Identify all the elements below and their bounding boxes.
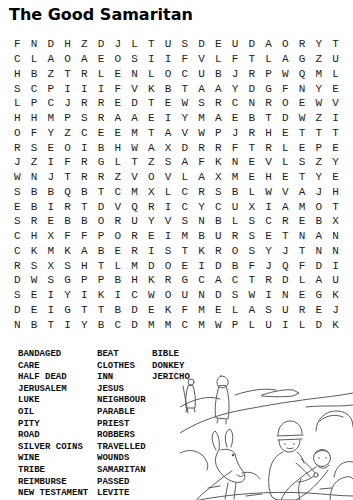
grid-cell-r8c18: E	[294, 140, 311, 155]
word-item: JERUSALEM	[18, 384, 97, 396]
grid-cell-r1c9: T	[143, 37, 160, 52]
word-item: OIL	[18, 407, 97, 419]
grid-cell-r18c20: K	[327, 288, 344, 303]
grid-cell-r7c18: T	[294, 126, 311, 141]
grid-cell-r14c10: I	[160, 229, 177, 244]
grid-cell-r13c1: S	[9, 214, 26, 229]
grid-cell-r9c1: J	[9, 155, 26, 170]
grid-cell-r20c12: M	[193, 317, 210, 332]
grid-cell-r15c1: C	[9, 244, 26, 259]
grid-cell-r2c19: Z	[311, 52, 328, 67]
grid-cell-r6c10: I	[160, 111, 177, 126]
grid-cell-r8c2: S	[26, 140, 43, 155]
grid-cell-r5c7: E	[110, 96, 127, 111]
grid-cell-r14c13: U	[210, 229, 227, 244]
grid-cell-r1c6: D	[93, 37, 110, 52]
grid-cell-r17c17: D	[277, 273, 294, 288]
grid-cell-r19c6: T	[93, 303, 110, 318]
grid-cell-r7c11: V	[177, 126, 194, 141]
grid-cell-r16c1: R	[9, 258, 26, 273]
grid-cell-r16c3: X	[43, 258, 60, 273]
grid-cell-r10c14: M	[227, 170, 244, 185]
grid-cell-r4c5: I	[76, 81, 93, 96]
grid-cell-r1c20: T	[327, 37, 344, 52]
grid-cell-r20c9: M	[143, 317, 160, 332]
grid-cell-r10c9: O	[143, 170, 160, 185]
grid-cell-r15c11: T	[177, 244, 194, 259]
grid-cell-r16c19: D	[311, 258, 328, 273]
road-line-right2	[306, 405, 353, 407]
grid-cell-r19c2: E	[26, 303, 43, 318]
grid-cell-r12c18: M	[294, 199, 311, 214]
grid-cell-r13c2: R	[26, 214, 43, 229]
grid-cell-r13c4: B	[59, 214, 76, 229]
grid-cell-r10c10: V	[160, 170, 177, 185]
donkey-figure	[195, 429, 260, 500]
grid-cell-r4c2: C	[26, 81, 43, 96]
grid-cell-r7c9: T	[143, 126, 160, 141]
grid-cell-r9c12: F	[193, 155, 210, 170]
grid-cell-r11c16: W	[260, 185, 277, 200]
path-edge	[180, 401, 296, 433]
word-item: TRAVELLED	[97, 442, 152, 454]
grid-cell-r12c20: T	[327, 199, 344, 214]
grid-cell-r17c18: L	[294, 273, 311, 288]
grid-cell-r19c19: E	[311, 303, 328, 318]
grid-cell-r11c11: C	[177, 185, 194, 200]
grid-cell-r6c18: W	[294, 111, 311, 126]
grid-cell-r17c5: P	[76, 273, 93, 288]
grid-cell-r18c2: E	[26, 288, 43, 303]
grid-cell-r12c15: X	[244, 199, 261, 214]
word-list: BANDAGEDCAREHALF DEADJERUSALEMLUKEOILPIT…	[18, 349, 190, 500]
grid-cell-r11c12: R	[193, 185, 210, 200]
word-item: PARABLE	[97, 407, 152, 419]
grid-cell-r15c19: N	[311, 244, 328, 259]
grid-cell-r9c4: F	[59, 155, 76, 170]
boulder-top-right	[316, 411, 353, 431]
word-item: JESUS	[97, 384, 152, 396]
grid-cell-r13c3: E	[43, 214, 60, 229]
grid-cell-r10c2: N	[26, 170, 43, 185]
grid-cell-r10c7: Z	[110, 170, 127, 185]
grid-cell-r7c1: O	[9, 126, 26, 141]
grid-cell-r4c16: G	[260, 81, 277, 96]
grid-cell-r18c11: U	[177, 288, 194, 303]
grid-cell-r15c4: K	[59, 244, 76, 259]
grid-cell-r6c9: E	[143, 111, 160, 126]
grid-cell-r3c8: N	[126, 67, 143, 82]
grid-cell-r11c18: A	[294, 185, 311, 200]
grid-cell-r17c1: D	[9, 273, 26, 288]
grid-cell-r6c13: A	[210, 111, 227, 126]
grid-cell-r18c10: O	[160, 288, 177, 303]
grid-cell-r15c7: E	[110, 244, 127, 259]
grid-cell-r5c9: T	[143, 96, 160, 111]
grid-cell-r18c8: C	[126, 288, 143, 303]
grid-cell-r5c17: O	[277, 96, 294, 111]
grid-cell-r5c10: E	[160, 96, 177, 111]
grid-cell-r3c10: O	[160, 67, 177, 82]
word-item: LUKE	[18, 395, 97, 407]
grid-cell-r20c5: Y	[76, 317, 93, 332]
grid-cell-r4c6: I	[93, 81, 110, 96]
grid-cell-r3c6: L	[93, 67, 110, 82]
grid-cell-r7c20: T	[327, 126, 344, 141]
grid-cell-r10c12: A	[193, 170, 210, 185]
grid-cell-r17c20: U	[327, 273, 344, 288]
grid-cell-r18c1: S	[9, 288, 26, 303]
grid-cell-r16c5: H	[76, 258, 93, 273]
grid-cell-r11c5: B	[76, 185, 93, 200]
grid-cell-r2c6: E	[93, 52, 110, 67]
grid-cell-r18c16: I	[260, 288, 277, 303]
grid-cell-r16c20: I	[327, 258, 344, 273]
robed-traveller-figure	[215, 376, 229, 424]
grid-cell-r19c11: F	[177, 303, 194, 318]
grid-cell-r14c7: O	[110, 229, 127, 244]
grid-cell-r2c3: A	[43, 52, 60, 67]
grid-cell-r11c9: X	[143, 185, 160, 200]
grid-cell-r15c9: I	[143, 244, 160, 259]
grid-cell-r7c7: E	[110, 126, 127, 141]
grid-cell-r17c7: B	[110, 273, 127, 288]
grid-cell-r15c2: K	[26, 244, 43, 259]
grid-cell-r13c16: C	[260, 214, 277, 229]
grid-cell-r17c10: R	[160, 273, 177, 288]
grid-cell-r10c5: R	[76, 170, 93, 185]
grid-cell-r3c18: Q	[294, 67, 311, 82]
grid-cell-r18c12: N	[193, 288, 210, 303]
grid-cell-r13c14: L	[227, 214, 244, 229]
grid-cell-r18c14: S	[227, 288, 244, 303]
grid-cell-r15c13: R	[210, 244, 227, 259]
grid-cell-r3c20: L	[327, 67, 344, 82]
grid-cell-r16c4: S	[59, 258, 76, 273]
grid-cell-r14c18: N	[294, 229, 311, 244]
grid-cell-r12c19: O	[311, 199, 328, 214]
grid-cell-r14c17: T	[277, 229, 294, 244]
grid-cell-r14c2: H	[26, 229, 43, 244]
grid-cell-r4c17: F	[277, 81, 294, 96]
grid-cell-r20c11: C	[177, 317, 194, 332]
grid-cell-r16c15: F	[244, 258, 261, 273]
grid-cell-r15c16: Y	[260, 244, 277, 259]
grid-cell-r13c5: B	[76, 214, 93, 229]
word-item: LEVITE	[97, 488, 152, 500]
grid-cell-r4c7: F	[110, 81, 127, 96]
grid-cell-r17c19: A	[311, 273, 328, 288]
grid-cell-r18c9: W	[143, 288, 160, 303]
grid-cell-r15c5: A	[76, 244, 93, 259]
grid-cell-r13c8: U	[126, 214, 143, 229]
grid-cell-r7c3: Y	[43, 126, 60, 141]
grid-cell-r14c5: F	[76, 229, 93, 244]
grid-cell-r20c10: M	[160, 317, 177, 332]
grid-cell-r9c9: Z	[143, 155, 160, 170]
grid-cell-r13c18: E	[294, 214, 311, 229]
grid-cell-r14c19: A	[311, 229, 328, 244]
grid-cell-r3c3: Z	[43, 67, 60, 82]
grid-cell-r18c13: D	[210, 288, 227, 303]
grid-cell-r4c1: S	[9, 81, 26, 96]
grid-cell-r5c11: W	[177, 96, 194, 111]
grid-cell-r12c2: B	[26, 199, 43, 214]
grid-cell-r4c15: D	[244, 81, 261, 96]
grid-cell-r11c13: S	[210, 185, 227, 200]
grid-cell-r17c8: H	[126, 273, 143, 288]
grid-cell-r20c8: D	[126, 317, 143, 332]
grid-cell-r1c16: A	[260, 37, 277, 52]
grid-cell-r11c8: M	[126, 185, 143, 200]
grid-cell-r19c20: J	[327, 303, 344, 318]
grid-cell-r9c16: V	[260, 155, 277, 170]
grid-cell-r8c13: R	[210, 140, 227, 155]
grid-cell-r2c10: I	[160, 52, 177, 67]
grid-cell-r10c4: T	[59, 170, 76, 185]
grid-cell-r9c2: Z	[26, 155, 43, 170]
grid-cell-r17c6: P	[93, 273, 110, 288]
grid-cell-r13c20: X	[327, 214, 344, 229]
grid-cell-r5c8: D	[126, 96, 143, 111]
grid-cell-r20c19: D	[311, 317, 328, 332]
grid-cell-r11c14: B	[227, 185, 244, 200]
word-item: BEAT	[97, 349, 152, 361]
grid-cell-r16c12: I	[193, 258, 210, 273]
grid-cell-r12c4: R	[59, 199, 76, 214]
grid-cell-r1c17: O	[277, 37, 294, 52]
grid-cell-r3c5: R	[76, 67, 93, 82]
grid-cell-r19c12: M	[193, 303, 210, 318]
grid-cell-r14c16: E	[260, 229, 277, 244]
grid-cell-r8c10: X	[160, 140, 177, 155]
grid-cell-r5c13: R	[210, 96, 227, 111]
grid-cell-r16c18: F	[294, 258, 311, 273]
grid-cell-r10c20: E	[327, 170, 344, 185]
grid-cell-r1c19: Y	[311, 37, 328, 52]
grid-cell-r2c7: O	[110, 52, 127, 67]
grid-cell-r16c17: Q	[277, 258, 294, 273]
grid-cell-r14c9: E	[143, 229, 160, 244]
samaritan-figure	[269, 421, 319, 500]
grid-cell-r1c1: F	[9, 37, 26, 52]
traveller-with-staff-figure	[183, 379, 195, 413]
grid-cell-r10c13: X	[210, 170, 227, 185]
grid-cell-r4c11: T	[177, 81, 194, 96]
grid-cell-r7c5: C	[76, 126, 93, 141]
grid-cell-r1c12: D	[193, 37, 210, 52]
grid-cell-r7c17: E	[277, 126, 294, 141]
grid-cell-r9c17: L	[277, 155, 294, 170]
grid-cell-r10c3: J	[43, 170, 60, 185]
grid-cell-r5c19: W	[311, 96, 328, 111]
grid-cell-r19c17: U	[277, 303, 294, 318]
grid-cell-r4c10: B	[160, 81, 177, 96]
grid-cell-r8c4: O	[59, 140, 76, 155]
grid-cell-r3c11: C	[177, 67, 194, 82]
grid-cell-r16c9: D	[143, 258, 160, 273]
grid-cell-r12c5: T	[76, 199, 93, 214]
grid-cell-r10c6: R	[93, 170, 110, 185]
grid-cell-r6c6: R	[93, 111, 110, 126]
grid-cell-r19c7: B	[110, 303, 127, 318]
grid-cell-r16c11: E	[177, 258, 194, 273]
grid-cell-r7c6: E	[93, 126, 110, 141]
grid-cell-r15c8: R	[126, 244, 143, 259]
grid-cell-r18c18: E	[294, 288, 311, 303]
slope-line	[180, 451, 208, 470]
word-item: SILVER COINS	[18, 442, 97, 454]
grid-cell-r16c16: J	[260, 258, 277, 273]
word-item: CARE	[18, 361, 97, 373]
grid-cell-r20c2: B	[26, 317, 43, 332]
grid-cell-r12c16: I	[260, 199, 277, 214]
grid-cell-r7c12: W	[193, 126, 210, 141]
grid-cell-r15c17: J	[277, 244, 294, 259]
grid-cell-r4c9: K	[143, 81, 160, 96]
grid-cell-r10c11: L	[177, 170, 194, 185]
grid-cell-r15c10: S	[160, 244, 177, 259]
grid-cell-r12c7: V	[110, 199, 127, 214]
grid-cell-r20c3: T	[43, 317, 60, 332]
grid-cell-r19c1: D	[9, 303, 26, 318]
grid-cell-r16c10: O	[160, 258, 177, 273]
word-item: SAMARITAN	[97, 465, 152, 477]
grid-cell-r18c15: W	[244, 288, 261, 303]
grid-cell-r7c15: R	[244, 126, 261, 141]
grid-cell-r13c7: R	[110, 214, 127, 229]
grid-cell-r2c11: F	[177, 52, 194, 67]
grid-cell-r19c16: S	[260, 303, 277, 318]
boulder-right	[330, 462, 353, 500]
grid-cell-r17c4: G	[59, 273, 76, 288]
grid-cell-r12c14: U	[227, 199, 244, 214]
grid-cell-r5c16: R	[260, 96, 277, 111]
grid-cell-r20c4: I	[59, 317, 76, 332]
grid-cell-r3c19: M	[311, 67, 328, 82]
grid-cell-r9c6: G	[93, 155, 110, 170]
grid-cell-r11c19: J	[311, 185, 328, 200]
grid-cell-r6c8: A	[126, 111, 143, 126]
grid-cell-r9c15: E	[244, 155, 261, 170]
grid-cell-r6c7: A	[110, 111, 127, 126]
page-title: The Good Samaritan	[9, 5, 193, 24]
grid-cell-r5c15: N	[244, 96, 261, 111]
grid-cell-r15c12: K	[193, 244, 210, 259]
grid-cell-r20c14: P	[227, 317, 244, 332]
grid-cell-r15c6: B	[93, 244, 110, 259]
grid-cell-r2c4: O	[59, 52, 76, 67]
grid-cell-r1c15: D	[244, 37, 261, 52]
grid-cell-r11c1: S	[9, 185, 26, 200]
grid-cell-r13c13: B	[210, 214, 227, 229]
grid-cell-r8c6: B	[93, 140, 110, 155]
grid-cell-r1c18: R	[294, 37, 311, 52]
grid-cell-r4c4: I	[59, 81, 76, 96]
grid-cell-r2c18: G	[294, 52, 311, 67]
grid-cell-r8c19: P	[311, 140, 328, 155]
grid-cell-r8c20: E	[327, 140, 344, 155]
grid-cell-r2c17: A	[277, 52, 294, 67]
grid-cell-r4c18: N	[294, 81, 311, 96]
grid-cell-r4c12: A	[193, 81, 210, 96]
grid-cell-r8c9: A	[143, 140, 160, 155]
grid-cell-r19c3: I	[43, 303, 60, 318]
grid-cell-r13c9: Y	[143, 214, 160, 229]
grid-cell-r3c2: B	[26, 67, 43, 82]
grid-cell-r3c16: P	[260, 67, 277, 82]
grid-cell-r10c15: E	[244, 170, 261, 185]
grid-cell-r4c14: Y	[227, 81, 244, 96]
grid-cell-r1c5: Z	[76, 37, 93, 52]
grid-cell-r10c16: H	[260, 170, 277, 185]
grid-cell-r13c6: O	[93, 214, 110, 229]
good-samaritan-illustration	[180, 355, 353, 500]
grid-cell-r5c4: J	[59, 96, 76, 111]
grid-cell-r8c7: H	[110, 140, 127, 155]
grid-cell-r11c2: B	[26, 185, 43, 200]
grid-cell-r4c20: E	[327, 81, 344, 96]
grid-cell-r19c9: E	[143, 303, 160, 318]
grid-cell-r11c10: L	[160, 185, 177, 200]
grid-cell-r9c14: N	[227, 155, 244, 170]
grid-cell-r9c3: I	[43, 155, 60, 170]
word-search-grid: FNDHZDJLTUSDEUDAORYTCLAOAEOSIIFVLFTLAGZU…	[9, 37, 344, 332]
grid-cell-r10c18: T	[294, 170, 311, 185]
grid-cell-r16c7: L	[110, 258, 127, 273]
grid-cell-r8c3: E	[43, 140, 60, 155]
word-item: REIMBURSE	[18, 477, 97, 489]
grid-cell-r19c13: E	[210, 303, 227, 318]
grid-cell-r15c18: T	[294, 244, 311, 259]
word-item: NEW TESTAMENT	[18, 488, 97, 500]
grid-cell-r14c14: R	[227, 229, 244, 244]
grid-cell-r8c14: F	[227, 140, 244, 155]
grid-cell-r11c15: L	[244, 185, 261, 200]
grid-cell-r12c8: Q	[126, 199, 143, 214]
grid-cell-r14c1: C	[9, 229, 26, 244]
word-item: WOUNDS	[97, 453, 152, 465]
grid-cell-r20c13: W	[210, 317, 227, 332]
grid-cell-r12c11: C	[177, 199, 194, 214]
grid-cell-r2c1: C	[9, 52, 26, 67]
grid-cell-r1c2: N	[26, 37, 43, 52]
grid-cell-r8c8: W	[126, 140, 143, 155]
grid-cell-r14c3: X	[43, 229, 60, 244]
grid-cell-r2c2: L	[26, 52, 43, 67]
grid-cell-r9c8: T	[126, 155, 143, 170]
grid-cell-r4c13: A	[210, 81, 227, 96]
grid-cell-r16c13: D	[210, 258, 227, 273]
grid-cell-r4c8: V	[126, 81, 143, 96]
grid-cell-r13c15: S	[244, 214, 261, 229]
grid-cell-r9c10: S	[160, 155, 177, 170]
grid-cell-r20c1: N	[9, 317, 26, 332]
grid-cell-r20c16: U	[260, 317, 277, 332]
grid-cell-r7c4: Z	[59, 126, 76, 141]
grid-cell-r2c8: S	[126, 52, 143, 67]
word-item: TRIBE	[18, 465, 97, 477]
grid-cell-r2c15: T	[244, 52, 261, 67]
grid-cell-r18c4: Y	[59, 288, 76, 303]
grid-cell-r5c5: R	[76, 96, 93, 111]
grid-cell-r19c18: R	[294, 303, 311, 318]
grid-cell-r5c3: C	[43, 96, 60, 111]
grid-cell-r9c7: L	[110, 155, 127, 170]
grid-cell-r1c8: L	[126, 37, 143, 52]
word-list-column-2: BEATCLOTHESINNJESUSNEIGHBOURPARABLEPRIES…	[97, 349, 152, 500]
grid-cell-r16c8: M	[126, 258, 143, 273]
